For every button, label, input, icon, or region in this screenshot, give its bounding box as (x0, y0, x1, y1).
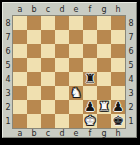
square-b6[interactable] (27, 44, 41, 58)
rank-label-2: 2 (126, 100, 136, 114)
square-f1[interactable]: ♚ (83, 114, 97, 128)
file-labels-bottom: abcdefgh (13, 128, 125, 139)
file-label-d: d (55, 4, 69, 15)
square-c3[interactable] (41, 86, 55, 100)
square-a3[interactable] (13, 86, 27, 100)
rank-label-3: 3 (3, 86, 13, 100)
square-g7[interactable] (97, 30, 111, 44)
rank-label-1: 1 (126, 114, 136, 128)
rank-label-4: 4 (3, 72, 13, 86)
square-g6[interactable] (97, 44, 111, 58)
square-d4[interactable] (55, 72, 69, 86)
square-c4[interactable] (41, 72, 55, 86)
white-rook-piece[interactable]: ♜ (98, 100, 110, 114)
square-d2[interactable] (55, 100, 69, 114)
square-h6[interactable] (111, 44, 125, 58)
square-g3[interactable] (97, 86, 111, 100)
black-pawn-piece[interactable]: ♟ (84, 100, 96, 114)
square-e7[interactable] (69, 30, 83, 44)
square-h3[interactable] (111, 86, 125, 100)
file-label-e: e (69, 4, 83, 15)
square-b1[interactable] (27, 114, 41, 128)
file-label-b: b (27, 128, 41, 139)
square-a7[interactable] (13, 30, 27, 44)
square-g5[interactable] (97, 58, 111, 72)
square-c7[interactable] (41, 30, 55, 44)
file-label-c: c (41, 128, 55, 139)
square-b5[interactable] (27, 58, 41, 72)
square-d5[interactable] (55, 58, 69, 72)
black-rook-piece[interactable]: ♜ (84, 72, 96, 86)
square-e3[interactable]: ♞ (69, 86, 83, 100)
square-c5[interactable] (41, 58, 55, 72)
square-e5[interactable] (69, 58, 83, 72)
chess-diagram: abcdefgh 87654321 87654321 ♜♞♟♜♟♚♚ abcde… (0, 0, 140, 145)
square-f5[interactable] (83, 58, 97, 72)
file-label-g: g (97, 4, 111, 15)
square-e6[interactable] (69, 44, 83, 58)
square-c1[interactable] (41, 114, 55, 128)
square-g2[interactable]: ♜ (97, 100, 111, 114)
rank-label-4: 4 (126, 72, 136, 86)
rank-label-6: 6 (3, 44, 13, 58)
square-b3[interactable] (27, 86, 41, 100)
rank-label-5: 5 (3, 58, 13, 72)
file-label-a: a (13, 4, 27, 15)
file-label-d: d (55, 128, 69, 139)
rank-labels-left: 87654321 (3, 16, 13, 128)
file-labels-top: abcdefgh (13, 4, 125, 15)
square-a8[interactable] (13, 16, 27, 30)
square-a2[interactable] (13, 100, 27, 114)
square-d3[interactable] (55, 86, 69, 100)
file-label-c: c (41, 4, 55, 15)
file-label-f: f (83, 128, 97, 139)
square-e1[interactable] (69, 114, 83, 128)
white-king-piece[interactable]: ♚ (84, 114, 96, 128)
black-king-piece[interactable]: ♚ (112, 114, 124, 128)
square-a4[interactable] (13, 72, 27, 86)
file-label-f: f (83, 4, 97, 15)
square-d1[interactable] (55, 114, 69, 128)
square-g1[interactable] (97, 114, 111, 128)
square-f8[interactable] (83, 16, 97, 30)
square-e4[interactable] (69, 72, 83, 86)
rank-label-1: 1 (3, 114, 13, 128)
black-pawn-piece[interactable]: ♟ (112, 100, 124, 114)
square-c2[interactable] (41, 100, 55, 114)
square-f7[interactable] (83, 30, 97, 44)
square-b7[interactable] (27, 30, 41, 44)
file-label-g: g (97, 128, 111, 139)
square-a1[interactable] (13, 114, 27, 128)
rank-label-8: 8 (3, 16, 13, 30)
square-g8[interactable] (97, 16, 111, 30)
square-b4[interactable] (27, 72, 41, 86)
square-d6[interactable] (55, 44, 69, 58)
rank-labels-right: 87654321 (126, 16, 136, 128)
square-h5[interactable] (111, 58, 125, 72)
square-a5[interactable] (13, 58, 27, 72)
square-h4[interactable] (111, 72, 125, 86)
square-b2[interactable] (27, 100, 41, 114)
file-label-b: b (27, 4, 41, 15)
file-label-a: a (13, 128, 27, 139)
file-label-h: h (111, 128, 125, 139)
square-f4[interactable]: ♜ (83, 72, 97, 86)
square-h7[interactable] (111, 30, 125, 44)
square-d7[interactable] (55, 30, 69, 44)
square-f3[interactable] (83, 86, 97, 100)
white-knight-piece[interactable]: ♞ (70, 86, 82, 100)
square-c6[interactable] (41, 44, 55, 58)
square-e8[interactable] (69, 16, 83, 30)
rank-label-2: 2 (3, 100, 13, 114)
board-grid: ♜♞♟♜♟♚♚ (13, 16, 125, 128)
rank-label-8: 8 (126, 16, 136, 30)
rank-label-5: 5 (126, 58, 136, 72)
square-h1[interactable]: ♚ (111, 114, 125, 128)
square-c8[interactable] (41, 16, 55, 30)
square-d8[interactable] (55, 16, 69, 30)
square-h8[interactable] (111, 16, 125, 30)
rank-label-6: 6 (126, 44, 136, 58)
square-b8[interactable] (27, 16, 41, 30)
file-label-e: e (69, 128, 83, 139)
square-f2[interactable]: ♟ (83, 100, 97, 114)
rank-label-7: 7 (3, 30, 13, 44)
rank-label-7: 7 (126, 30, 136, 44)
square-a6[interactable] (13, 44, 27, 58)
square-f6[interactable] (83, 44, 97, 58)
file-label-h: h (111, 4, 125, 15)
square-h2[interactable]: ♟ (111, 100, 125, 114)
square-e2[interactable] (69, 100, 83, 114)
square-g4[interactable] (97, 72, 111, 86)
rank-label-3: 3 (126, 86, 136, 100)
